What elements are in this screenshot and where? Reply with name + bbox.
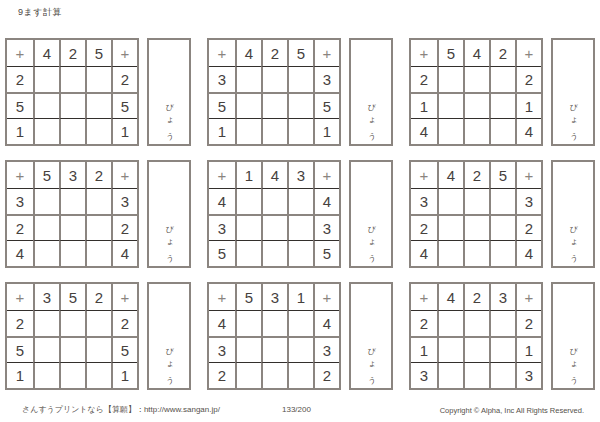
answer-cell[interactable] <box>85 214 111 240</box>
answer-cell[interactable] <box>437 92 463 118</box>
row-addend-cell: 3 <box>209 214 235 240</box>
seconds-label: びょう <box>165 342 173 384</box>
answer-cell[interactable] <box>261 336 287 362</box>
row-addend-cell: 2 <box>7 310 33 336</box>
plus-operator-cell: + <box>7 284 33 310</box>
answer-cell[interactable] <box>489 118 515 144</box>
row-addend-cell: 4 <box>515 240 541 266</box>
time-record-box[interactable]: びょう <box>349 160 393 268</box>
plus-operator-cell: + <box>411 284 437 310</box>
drill-block-9: +423+221133びょう <box>409 282 595 390</box>
answer-cell[interactable] <box>85 118 111 144</box>
time-record-box[interactable]: びょう <box>551 160 595 268</box>
column-addend-cell: 3 <box>33 284 59 310</box>
column-addend-cell: 2 <box>489 40 515 66</box>
column-addend-cell: 3 <box>489 284 515 310</box>
answer-cell[interactable] <box>235 66 261 92</box>
row-addend-cell: 1 <box>111 362 137 388</box>
column-addend-cell: 4 <box>235 40 261 66</box>
answer-cell[interactable] <box>261 188 287 214</box>
addition-table-4: +532+332244 <box>5 160 139 268</box>
row-addend-cell: 3 <box>209 336 235 362</box>
answer-cell[interactable] <box>261 214 287 240</box>
row-addend-cell: 2 <box>7 66 33 92</box>
answer-cell[interactable] <box>85 362 111 388</box>
column-addend-cell: 5 <box>59 284 85 310</box>
column-addend-cell: 1 <box>235 162 261 188</box>
answer-cell[interactable] <box>261 66 287 92</box>
addition-table-2: +425+335511 <box>207 38 341 146</box>
row-addend-cell: 2 <box>111 310 137 336</box>
addition-table-6: +425+332244 <box>409 160 543 268</box>
answer-cell[interactable] <box>437 362 463 388</box>
answer-cell[interactable] <box>85 240 111 266</box>
time-record-box[interactable]: びょう <box>147 38 191 146</box>
answer-cell[interactable] <box>437 336 463 362</box>
column-addend-cell: 2 <box>59 40 85 66</box>
row-addend-cell: 3 <box>411 362 437 388</box>
time-record-box[interactable]: びょう <box>349 282 393 390</box>
answer-cell[interactable] <box>235 214 261 240</box>
plus-operator-cell: + <box>515 40 541 66</box>
seconds-label: びょう <box>569 342 577 384</box>
answer-cell[interactable] <box>463 362 489 388</box>
column-addend-cell: 2 <box>85 284 111 310</box>
column-addend-cell: 4 <box>261 162 287 188</box>
answer-cell[interactable] <box>489 214 515 240</box>
answer-cell[interactable] <box>463 336 489 362</box>
plus-operator-cell: + <box>209 162 235 188</box>
time-record-box[interactable]: びょう <box>551 282 595 390</box>
answer-cell[interactable] <box>85 310 111 336</box>
row-addend-cell: 3 <box>209 66 235 92</box>
answer-cell[interactable] <box>463 92 489 118</box>
drill-grid-area: +425+225511びょう+425+335511びょう+542+221144び… <box>5 38 595 390</box>
column-addend-cell: 4 <box>437 162 463 188</box>
seconds-label: びょう <box>569 98 577 140</box>
addition-table-8: +531+443322 <box>207 282 341 390</box>
drill-block-2: +425+335511びょう <box>207 38 393 146</box>
answer-cell[interactable] <box>59 336 85 362</box>
answer-cell[interactable] <box>489 66 515 92</box>
column-addend-cell: 4 <box>437 284 463 310</box>
answer-cell[interactable] <box>33 240 59 266</box>
answer-cell[interactable] <box>287 92 313 118</box>
answer-cell[interactable] <box>85 188 111 214</box>
answer-cell[interactable] <box>33 214 59 240</box>
answer-cell[interactable] <box>59 362 85 388</box>
answer-cell[interactable] <box>33 310 59 336</box>
seconds-label: びょう <box>367 98 375 140</box>
row-addend-cell: 3 <box>313 66 339 92</box>
row-addend-cell: 1 <box>7 118 33 144</box>
answer-cell[interactable] <box>235 336 261 362</box>
time-record-box[interactable]: びょう <box>147 160 191 268</box>
answer-cell[interactable] <box>463 214 489 240</box>
answer-cell[interactable] <box>59 310 85 336</box>
plus-operator-cell: + <box>313 284 339 310</box>
row-addend-cell: 2 <box>515 214 541 240</box>
row-addend-cell: 2 <box>515 66 541 92</box>
row-addend-cell: 1 <box>411 336 437 362</box>
time-record-box[interactable]: びょう <box>551 38 595 146</box>
answer-cell[interactable] <box>235 92 261 118</box>
answer-cell[interactable] <box>59 240 85 266</box>
column-addend-cell: 3 <box>59 162 85 188</box>
column-addend-cell: 5 <box>287 40 313 66</box>
answer-cell[interactable] <box>489 310 515 336</box>
row-addend-cell: 4 <box>411 240 437 266</box>
row-addend-cell: 1 <box>7 362 33 388</box>
answer-cell[interactable] <box>85 336 111 362</box>
column-addend-cell: 1 <box>287 284 313 310</box>
row-addend-cell: 5 <box>209 240 235 266</box>
drill-block-8: +531+443322びょう <box>207 282 393 390</box>
addition-table-3: +542+221144 <box>409 38 543 146</box>
seconds-label: びょう <box>165 220 173 262</box>
addition-table-7: +352+225511 <box>5 282 139 390</box>
row-addend-cell: 5 <box>313 240 339 266</box>
row-addend-cell: 1 <box>209 118 235 144</box>
answer-cell[interactable] <box>489 188 515 214</box>
answer-cell[interactable] <box>33 362 59 388</box>
answer-cell[interactable] <box>489 362 515 388</box>
column-addend-cell: 2 <box>261 40 287 66</box>
seconds-label: びょう <box>367 342 375 384</box>
plus-operator-cell: + <box>411 162 437 188</box>
answer-cell[interactable] <box>287 66 313 92</box>
answer-cell[interactable] <box>287 118 313 144</box>
answer-cell[interactable] <box>33 92 59 118</box>
row-addend-cell: 1 <box>515 92 541 118</box>
drill-block-3: +542+221144びょう <box>409 38 595 146</box>
row-addend-cell: 5 <box>209 92 235 118</box>
row-addend-cell: 4 <box>7 240 33 266</box>
row-addend-cell: 5 <box>7 336 33 362</box>
answer-cell[interactable] <box>261 362 287 388</box>
column-addend-cell: 5 <box>437 40 463 66</box>
row-addend-cell: 4 <box>313 188 339 214</box>
answer-cell[interactable] <box>59 188 85 214</box>
plus-operator-cell: + <box>515 162 541 188</box>
answer-cell[interactable] <box>235 362 261 388</box>
row-addend-cell: 3 <box>313 336 339 362</box>
answer-cell[interactable] <box>85 92 111 118</box>
plus-operator-cell: + <box>111 162 137 188</box>
answer-cell[interactable] <box>463 66 489 92</box>
answer-cell[interactable] <box>287 336 313 362</box>
plus-operator-cell: + <box>7 40 33 66</box>
answer-cell[interactable] <box>235 188 261 214</box>
answer-cell[interactable] <box>287 214 313 240</box>
answer-cell[interactable] <box>463 118 489 144</box>
answer-cell[interactable] <box>437 240 463 266</box>
answer-cell[interactable] <box>437 118 463 144</box>
answer-cell[interactable] <box>287 240 313 266</box>
footer-site-credit: さんすうプリントなら【算願】：http://www.sangan.jp/ <box>22 404 220 415</box>
seconds-label: びょう <box>569 220 577 262</box>
answer-cell[interactable] <box>59 92 85 118</box>
answer-cell[interactable] <box>463 240 489 266</box>
row-addend-cell: 5 <box>313 92 339 118</box>
addition-table-5: +143+443355 <box>207 160 341 268</box>
row-addend-cell: 1 <box>313 118 339 144</box>
answer-cell[interactable] <box>85 66 111 92</box>
row-addend-cell: 2 <box>111 66 137 92</box>
answer-cell[interactable] <box>33 118 59 144</box>
addition-table-9: +423+221133 <box>409 282 543 390</box>
answer-cell[interactable] <box>261 240 287 266</box>
plus-operator-cell: + <box>313 162 339 188</box>
row-addend-cell: 1 <box>111 118 137 144</box>
footer-page-number: 133/200 <box>282 405 311 414</box>
row-addend-cell: 3 <box>515 362 541 388</box>
column-addend-cell: 3 <box>261 284 287 310</box>
drill-block-4: +532+332244びょう <box>5 160 191 268</box>
row-addend-cell: 2 <box>313 362 339 388</box>
drill-block-5: +143+443355びょう <box>207 160 393 268</box>
drill-block-6: +425+332244びょう <box>409 160 595 268</box>
plus-operator-cell: + <box>209 284 235 310</box>
time-record-box[interactable]: びょう <box>147 282 191 390</box>
page-title: 9ます計算 <box>18 6 62 19</box>
row-addend-cell: 3 <box>313 214 339 240</box>
answer-cell[interactable] <box>235 310 261 336</box>
plus-operator-cell: + <box>7 162 33 188</box>
plus-operator-cell: + <box>313 40 339 66</box>
plus-operator-cell: + <box>111 284 137 310</box>
answer-cell[interactable] <box>33 188 59 214</box>
answer-cell[interactable] <box>59 118 85 144</box>
row-addend-cell: 2 <box>209 362 235 388</box>
answer-cell[interactable] <box>59 214 85 240</box>
answer-cell[interactable] <box>287 310 313 336</box>
row-addend-cell: 2 <box>7 214 33 240</box>
column-addend-cell: 2 <box>85 162 111 188</box>
column-addend-cell: 2 <box>463 162 489 188</box>
row-addend-cell: 4 <box>111 240 137 266</box>
drill-block-1: +425+225511びょう <box>5 38 191 146</box>
column-addend-cell: 4 <box>463 40 489 66</box>
addition-table-1: +425+225511 <box>5 38 139 146</box>
answer-cell[interactable] <box>261 118 287 144</box>
row-addend-cell: 1 <box>515 336 541 362</box>
answer-cell[interactable] <box>463 188 489 214</box>
row-addend-cell: 4 <box>515 118 541 144</box>
answer-cell[interactable] <box>437 214 463 240</box>
column-addend-cell: 5 <box>235 284 261 310</box>
row-addend-cell: 5 <box>7 92 33 118</box>
worksheet-page: 9ます計算 +425+225511びょう+425+335511びょう+542+2… <box>0 0 600 422</box>
column-addend-cell: 5 <box>33 162 59 188</box>
answer-cell[interactable] <box>235 118 261 144</box>
answer-cell[interactable] <box>287 362 313 388</box>
row-addend-cell: 2 <box>411 310 437 336</box>
answer-cell[interactable] <box>489 92 515 118</box>
row-addend-cell: 1 <box>411 92 437 118</box>
answer-cell[interactable] <box>261 92 287 118</box>
time-record-box[interactable]: びょう <box>349 38 393 146</box>
row-addend-cell: 4 <box>209 188 235 214</box>
row-addend-cell: 4 <box>411 118 437 144</box>
answer-cell[interactable] <box>33 66 59 92</box>
row-addend-cell: 5 <box>111 336 137 362</box>
footer-copyright: Copyright © Alpha, Inc All Rights Reserv… <box>440 406 584 415</box>
row-addend-cell: 3 <box>111 188 137 214</box>
plus-operator-cell: + <box>111 40 137 66</box>
answer-cell[interactable] <box>33 336 59 362</box>
answer-cell[interactable] <box>437 310 463 336</box>
answer-cell[interactable] <box>489 336 515 362</box>
plus-operator-cell: + <box>515 284 541 310</box>
row-addend-cell: 2 <box>411 214 437 240</box>
seconds-label: びょう <box>367 220 375 262</box>
row-addend-cell: 3 <box>411 188 437 214</box>
column-addend-cell: 5 <box>85 40 111 66</box>
row-addend-cell: 4 <box>313 310 339 336</box>
row-addend-cell: 4 <box>209 310 235 336</box>
row-addend-cell: 3 <box>7 188 33 214</box>
drill-block-7: +352+225511びょう <box>5 282 191 390</box>
column-addend-cell: 3 <box>287 162 313 188</box>
answer-cell[interactable] <box>437 66 463 92</box>
column-addend-cell: 5 <box>489 162 515 188</box>
plus-operator-cell: + <box>209 40 235 66</box>
row-addend-cell: 5 <box>111 92 137 118</box>
column-addend-cell: 4 <box>33 40 59 66</box>
plus-operator-cell: + <box>411 40 437 66</box>
row-addend-cell: 2 <box>111 214 137 240</box>
answer-cell[interactable] <box>287 188 313 214</box>
answer-cell[interactable] <box>235 240 261 266</box>
answer-cell[interactable] <box>437 188 463 214</box>
answer-cell[interactable] <box>489 240 515 266</box>
column-addend-cell: 2 <box>463 284 489 310</box>
answer-cell[interactable] <box>463 310 489 336</box>
row-addend-cell: 2 <box>411 66 437 92</box>
seconds-label: びょう <box>165 98 173 140</box>
row-addend-cell: 2 <box>515 310 541 336</box>
row-addend-cell: 3 <box>515 188 541 214</box>
answer-cell[interactable] <box>59 66 85 92</box>
answer-cell[interactable] <box>261 310 287 336</box>
